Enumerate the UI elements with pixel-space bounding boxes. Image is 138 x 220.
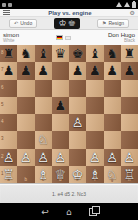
piece-black-pawn-c7: ♟ [35, 62, 52, 79]
undo-button[interactable]: ↶ Undo [9, 19, 37, 28]
phone-screen: Play vs. engine ⚙ ↶ Undo ♔ ♚ ⚑ Resign si… [0, 0, 138, 220]
settings-icon[interactable]: ⚙ [130, 10, 135, 16]
square-e3[interactable] [69, 131, 86, 148]
square-h2[interactable]: ♙ [121, 149, 138, 166]
resign-label: Resign [108, 20, 124, 26]
square-g4[interactable] [104, 114, 121, 131]
square-g8[interactable]: ♞ [104, 45, 121, 62]
square-e5[interactable] [69, 97, 86, 114]
rank-label: 3 [1, 137, 4, 142]
square-g7[interactable]: ♟ [104, 62, 121, 79]
android-nav-bar: ↩ ⌂ [0, 203, 138, 220]
square-g6[interactable] [104, 80, 121, 97]
resign-button[interactable]: ⚑ Resign [97, 19, 129, 28]
square-d6[interactable] [52, 80, 69, 97]
piece-black-pawn-g7: ♟ [104, 62, 121, 79]
match-flags [56, 35, 71, 40]
square-f7[interactable]: ♟ [86, 62, 103, 79]
square-a6[interactable]: 6 [0, 80, 17, 97]
square-d7[interactable] [52, 62, 69, 79]
move-list: 1. e4 d5 2. Nc3 [52, 191, 86, 197]
file-label: b [25, 178, 28, 183]
piece-white-pawn-f2: ♙ [86, 149, 103, 166]
piece-white-pawn-g2: ♙ [104, 149, 121, 166]
square-a2[interactable]: 2♙ [0, 149, 17, 166]
undo-label: Undo [20, 20, 32, 26]
square-d3[interactable] [52, 131, 69, 148]
square-d2[interactable]: ♙ [52, 149, 69, 166]
square-c7[interactable]: ♟ [35, 62, 52, 79]
menu-icon[interactable] [3, 10, 10, 15]
square-h6[interactable] [121, 80, 138, 97]
black-player-name: Don Hugo [108, 32, 135, 38]
game-toolbar: ↶ Undo ♔ ♚ ⚑ Resign [0, 17, 138, 30]
piece-black-pawn-d5: ♟ [52, 97, 69, 114]
square-c5[interactable] [35, 97, 52, 114]
piece-white-knight-c3: ♘ [35, 131, 52, 148]
square-d1[interactable]: d♕ [52, 166, 69, 183]
rank-label: 6 [1, 86, 4, 91]
square-b1[interactable]: b [17, 166, 34, 183]
square-f8[interactable]: ♝ [86, 45, 103, 62]
square-f4[interactable] [86, 114, 103, 131]
piece-black-pawn-b7: ♟ [17, 62, 34, 79]
piece-black-king-e8: ♚ [69, 45, 86, 62]
square-b2[interactable]: ♙ [17, 149, 34, 166]
square-f2[interactable]: ♙ [86, 149, 103, 166]
piece-black-queen-d8: ♛ [52, 45, 69, 62]
chess-board: 8♜♞♝♛♚♝♞♜7♟♟♟♟♟♟♟65♟4♙3♘2♙♙♙♙♙♙♙1a♖bc♗d♕… [0, 45, 138, 183]
square-h4[interactable] [121, 114, 138, 131]
page-title: Play vs. engine [48, 10, 91, 16]
square-g2[interactable]: ♙ [104, 149, 121, 166]
piece-black-knight-g8: ♞ [104, 45, 121, 62]
square-a7[interactable]: 7♟ [0, 62, 17, 79]
rank-label: 4 [1, 120, 4, 125]
square-c1[interactable]: c♗ [35, 166, 52, 183]
square-c3[interactable]: ♘ [35, 131, 52, 148]
piece-white-pawn-h2: ♙ [121, 149, 138, 166]
square-c6[interactable] [35, 80, 52, 97]
square-a1[interactable]: 1a♖ [0, 166, 17, 183]
square-h5[interactable] [121, 97, 138, 114]
black-king-icon: ♚ [68, 18, 76, 28]
undo-icon: ↶ [14, 20, 18, 26]
square-h8[interactable]: ♜ [121, 45, 138, 62]
square-b6[interactable] [17, 80, 34, 97]
piece-black-bishop-c8: ♝ [35, 45, 52, 62]
square-f5[interactable] [86, 97, 103, 114]
piece-black-bishop-f8: ♝ [86, 45, 103, 62]
square-g5[interactable] [104, 97, 121, 114]
square-e2[interactable] [69, 149, 86, 166]
piece-white-king-e1: ♔ [69, 166, 86, 183]
battery-icon [132, 2, 136, 8]
square-e6[interactable] [69, 80, 86, 97]
piece-white-pawn-c2: ♙ [35, 149, 52, 166]
piece-black-pawn-f7: ♟ [86, 62, 103, 79]
nav-back-icon[interactable]: ↩ [41, 207, 49, 217]
piece-white-queen-d1: ♕ [52, 166, 69, 183]
piece-black-rook-h8: ♜ [121, 45, 138, 62]
square-d8[interactable]: ♛ [52, 45, 69, 62]
square-c8[interactable]: ♝ [35, 45, 52, 62]
square-b8[interactable]: ♞ [17, 45, 34, 62]
square-c4[interactable] [35, 114, 52, 131]
square-c2[interactable]: ♙ [35, 149, 52, 166]
square-d4[interactable] [52, 114, 69, 131]
piece-white-pawn-b2: ♙ [17, 149, 34, 166]
square-g1[interactable]: g♘ [104, 166, 121, 183]
piece-white-rook-a1: ♖ [0, 166, 17, 183]
piece-white-knight-g1: ♘ [104, 166, 121, 183]
square-b3[interactable] [17, 131, 34, 148]
square-b5[interactable] [17, 97, 34, 114]
piece-white-bishop-c1: ♗ [35, 166, 52, 183]
square-e8[interactable]: ♚ [69, 45, 86, 62]
piece-white-rook-h1: ♖ [121, 166, 138, 183]
square-h7[interactable]: ♟ [121, 62, 138, 79]
black-player-side: Black [124, 39, 135, 44]
piece-black-rook-a8: ♜ [0, 45, 17, 62]
piece-black-pawn-a7: ♟ [0, 62, 17, 79]
square-a5[interactable]: 5 [0, 97, 17, 114]
notification-icon [8, 3, 12, 7]
nav-recents-icon[interactable] [89, 208, 97, 216]
black-player: Don Hugo Black [108, 32, 135, 44]
square-g3[interactable] [104, 131, 121, 148]
players-row: simon White Don Hugo Black [0, 30, 138, 45]
square-a4[interactable]: 4 [0, 114, 17, 131]
germany-flag-icon [56, 35, 63, 40]
rank-label: 5 [1, 103, 4, 108]
white-player: simon White [3, 32, 19, 44]
square-f3[interactable] [86, 131, 103, 148]
square-b4[interactable] [17, 114, 34, 131]
piece-white-pawn-a2: ♙ [0, 149, 17, 166]
piece-white-pawn-d2: ♙ [52, 149, 69, 166]
square-b7[interactable]: ♟ [17, 62, 34, 79]
square-f6[interactable] [86, 80, 103, 97]
nav-home-icon[interactable]: ⌂ [66, 207, 72, 217]
side-select-box[interactable]: ♔ ♚ [54, 18, 80, 29]
square-e1[interactable]: e♔ [69, 166, 86, 183]
square-a3[interactable]: 3 [0, 131, 17, 148]
piece-black-pawn-e7: ♟ [69, 62, 86, 79]
white-player-name: simon [3, 32, 19, 38]
square-h3[interactable] [121, 131, 138, 148]
notification-icon [2, 3, 6, 7]
square-f1[interactable]: f♗ [86, 166, 103, 183]
wifi-icon [116, 2, 122, 7]
square-h1[interactable]: h♖ [121, 166, 138, 183]
resign-flag-icon: ⚑ [102, 20, 106, 26]
piece-white-bishop-f1: ♗ [86, 166, 103, 183]
white-king-icon: ♔ [58, 18, 66, 28]
piece-black-pawn-h7: ♟ [121, 62, 138, 79]
blank-flag-icon [65, 36, 71, 40]
app-bar: Play vs. engine ⚙ [0, 9, 138, 17]
white-player-side: White [3, 39, 19, 44]
move-list-bar[interactable]: 1. e4 d5 2. Nc3 [0, 183, 138, 203]
square-d5[interactable]: ♟ [52, 97, 69, 114]
piece-white-pawn-e4: ♙ [69, 114, 86, 131]
piece-black-knight-b8: ♞ [17, 45, 34, 62]
square-e7[interactable]: ♟ [69, 62, 86, 79]
signal-icon [124, 2, 130, 7]
square-a8[interactable]: 8♜ [0, 45, 17, 62]
square-e4[interactable]: ♙ [69, 114, 86, 131]
status-bar [0, 0, 138, 9]
